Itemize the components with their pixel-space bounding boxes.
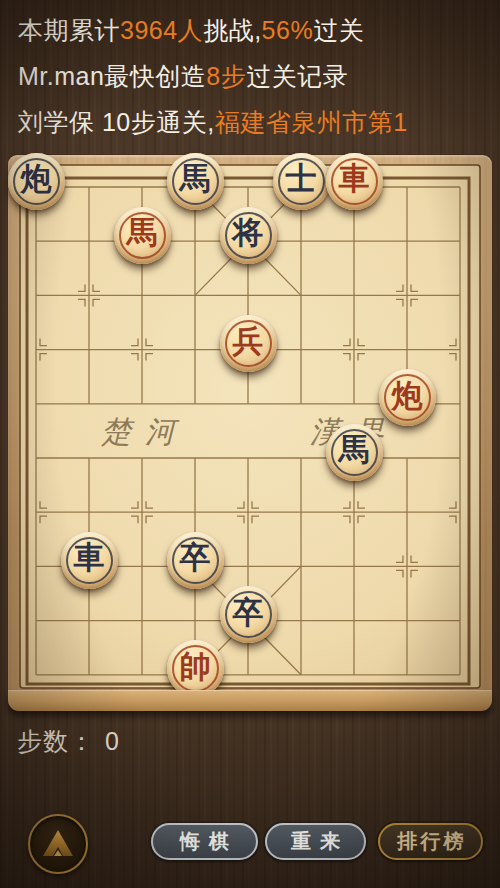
piece-red-車[interactable]: 車 [326,153,383,210]
step-counter-label: 步数： [17,727,95,755]
stats-line-player: 刘学保 10步通关,福建省泉州市第1 [18,106,408,139]
piece-glyph: 車 [326,151,383,208]
text-segment: 过关记录 [246,62,348,90]
text-segment: 挑战, [203,16,261,44]
text-segment: 刘学保 10步通关, [18,108,215,136]
piece-glyph: 馬 [326,422,383,479]
stats-line-challenges: 本期累计3964人挑战,56%过关 [18,14,364,47]
leaderboard-button[interactable]: 排行榜 [378,823,483,860]
xiangqi-app-screen: { "game": "xiangqi", "position": { "fen"… [0,0,500,888]
board-front-edge [8,690,492,711]
piece-black-将[interactable]: 将 [220,207,277,264]
piece-black-士[interactable]: 士 [273,153,330,210]
piece-red-炮[interactable]: 炮 [379,369,436,426]
piece-black-炮[interactable]: 炮 [8,153,65,210]
piece-glyph: 将 [220,205,277,262]
undo-button[interactable]: 悔棋 [151,823,258,860]
piece-glyph: 馬 [114,205,171,262]
text-segment: 福建省泉州市第1 [215,108,408,136]
piece-black-馬[interactable]: 馬 [167,153,224,210]
piece-glyph: 馬 [167,151,224,208]
piece-glyph: 士 [273,151,330,208]
pieces-layer: 炮馬士車馬将兵炮馬車卒卒帥 [8,155,492,691]
app-logo-button[interactable] [28,814,88,874]
piece-glyph: 炮 [379,367,436,424]
xiangqi-board[interactable]: 楚河 漢界 炮馬士車馬将兵炮馬車卒卒帥 [8,155,492,691]
piece-black-車[interactable]: 車 [61,532,118,589]
text-segment: 3964人 [120,16,203,44]
piece-glyph: 卒 [167,530,224,587]
piece-red-兵[interactable]: 兵 [220,315,277,372]
piece-glyph: 卒 [220,584,277,641]
piece-glyph: 兵 [220,313,277,370]
piece-black-卒[interactable]: 卒 [220,586,277,643]
restart-button[interactable]: 重来 [265,823,366,860]
text-segment: 8步 [206,62,246,90]
text-segment: Mr.man最快创造 [18,62,206,90]
piece-glyph: 帥 [167,638,224,695]
text-segment: 56% [262,16,314,44]
stats-line-record: Mr.man最快创造8步过关记录 [18,60,348,93]
step-counter: 步数：0 [17,725,120,758]
double-chevron-up-icon [30,816,86,872]
piece-red-帥[interactable]: 帥 [167,640,224,697]
text-segment: 本期累计 [18,16,120,44]
piece-glyph: 車 [61,530,118,587]
step-counter-value: 0 [105,727,120,755]
piece-black-馬[interactable]: 馬 [326,424,383,481]
piece-black-卒[interactable]: 卒 [167,532,224,589]
piece-glyph: 炮 [8,151,65,208]
piece-red-馬[interactable]: 馬 [114,207,171,264]
text-segment: 过关 [313,16,364,44]
